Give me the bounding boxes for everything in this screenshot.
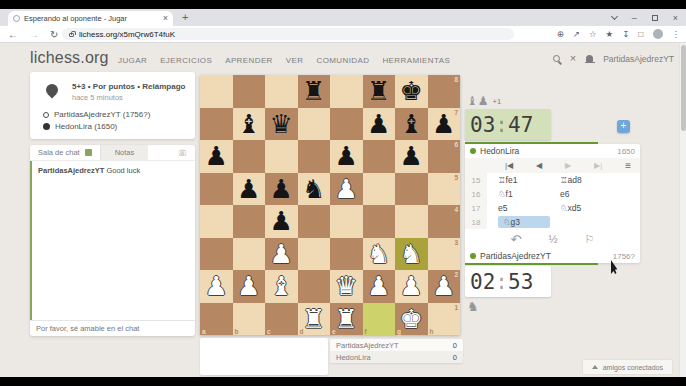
square-d3[interactable] [298, 238, 331, 271]
square-d2[interactable] [298, 270, 331, 303]
square-b1[interactable]: b [233, 303, 266, 336]
piece-black-pawn[interactable]: ♟ [265, 173, 298, 206]
square-c7[interactable]: ♛ [265, 108, 298, 141]
rank-label: 5 [454, 174, 458, 181]
player-rating: 1756? [613, 252, 635, 261]
rank-label: 6 [454, 141, 458, 148]
chat-messages: PartidasAjedrezYT Good luck [30, 161, 195, 320]
piece-white-pawn[interactable]: ♟ [363, 270, 396, 303]
piece-white-pawn[interactable]: ♟ [265, 238, 298, 271]
square-e6[interactable]: ♟ [330, 140, 363, 173]
file-label: g [397, 328, 401, 335]
piece-black-rook[interactable]: ♜ [298, 75, 331, 108]
player-bar: PartidasAjedrezYT 1756? [465, 249, 640, 263]
give-time-button[interactable]: + [617, 120, 630, 133]
window-controls: – × [612, 9, 678, 26]
online-dot-icon [470, 253, 476, 259]
captured-by-white: ♞ [467, 299, 479, 314]
square-h6[interactable]: 6 [428, 140, 461, 173]
square-g8[interactable]: ♚ [395, 75, 428, 108]
move-number: 18 [465, 215, 487, 229]
file-label: d [300, 328, 304, 335]
online-dot-icon [470, 148, 476, 154]
file-label: a [202, 328, 206, 335]
resign-flag-icon[interactable]: ⚐ [585, 233, 595, 246]
browser-tab[interactable]: Esperando al oponente - Jugar × [8, 11, 173, 26]
move-white[interactable]: ♘f1 [498, 189, 560, 199]
square-f5[interactable] [363, 173, 396, 206]
player-accent-line [465, 263, 598, 265]
square-a7[interactable] [200, 108, 233, 141]
score-value: 0 [453, 353, 457, 362]
share-icon[interactable]: ↗ [573, 29, 580, 39]
piece-white-queen[interactable]: ♛ [330, 270, 363, 303]
browser-menu-icon[interactable]: ⋮ [672, 29, 681, 39]
square-d4[interactable] [298, 205, 331, 238]
square-a3[interactable] [200, 238, 233, 271]
lichess-page: lichess.org JUGAR EJERCICIOS APRENDER VE… [0, 43, 686, 377]
square-b8[interactable] [233, 75, 266, 108]
square-a5[interactable] [200, 173, 233, 206]
player-clock: 02:53 [465, 266, 551, 297]
piece-black-bishop[interactable]: ♝ [395, 108, 428, 141]
piece-black-pawn[interactable]: ♟ [395, 140, 428, 173]
square-c4[interactable]: ♟ [265, 205, 298, 238]
piece-black-pawn[interactable]: ♟ [363, 108, 396, 141]
clock-digit: 0 [470, 113, 483, 137]
chess-board: ♜♜♚8♝♛♟♝♟7♟♟♟6♟♟♞♟5♟4♟♞♞3♟♟♝♛♟♟♟2abc♜d♜e… [200, 75, 460, 335]
square-b6[interactable] [233, 140, 266, 173]
rank-label: 3 [454, 239, 458, 246]
square-c6[interactable] [265, 140, 298, 173]
first-move-button[interactable]: |◀ [505, 161, 513, 170]
chat-tab-label: Sala de chat [38, 148, 80, 157]
prev-move-button[interactable]: ◀ [536, 161, 542, 170]
piece-black-pawn[interactable]: ♟ [200, 140, 233, 173]
friends-label: amigos conectados [603, 364, 663, 371]
clock-colon: : [495, 270, 508, 294]
clock-digit: 2 [483, 270, 496, 294]
site-logo[interactable]: lichess.org [30, 49, 109, 67]
letterbox-top [0, 0, 686, 9]
square-g7[interactable]: ♝ [395, 108, 428, 141]
file-label: e [332, 328, 336, 335]
window-chevron-icon[interactable] [611, 12, 618, 19]
square-h7[interactable]: ♟7 [428, 108, 461, 141]
rank-label: 4 [454, 206, 458, 213]
move-row: 18♘g3 [465, 215, 640, 229]
square-f3[interactable]: ♞ [363, 238, 396, 271]
download-icon[interactable]: ↧ [622, 29, 629, 39]
move-number: 16 [465, 187, 487, 201]
square-e1[interactable]: ♜e [330, 303, 363, 336]
score-table: PartidasAjedrezYT0HedonLira0 [330, 339, 463, 363]
file-label: h [430, 328, 434, 335]
piece-white-pawn[interactable]: ♟ [395, 270, 428, 303]
window-minimize-button[interactable]: – [632, 13, 637, 23]
piece-white-pawn[interactable]: ♟ [330, 173, 363, 206]
square-c2[interactable]: ♝ [265, 270, 298, 303]
opponent-clock: 03:47 [465, 109, 551, 140]
lock-icon [69, 33, 74, 37]
square-f7[interactable]: ♟ [363, 108, 396, 141]
browser-toolbar: ← → ↻ lichess.org/x5mQrw6T4fuK ⊕ ↗ ☆ ★ ↧… [0, 26, 686, 43]
move-white[interactable]: ♖fe1 [498, 175, 560, 185]
move-list: 15♖fe1♖ad816♘f1e617e5♘xd518♘g3 [465, 173, 640, 229]
square-e8[interactable] [330, 75, 363, 108]
chat-input[interactable] [30, 324, 195, 333]
nav-herramientas[interactable]: HERRAMIENTAS [382, 56, 450, 65]
install-icon[interactable]: ⊕ [557, 29, 564, 39]
captured-pieces-glyphs: ♝♟ [467, 94, 489, 108]
square-h2[interactable]: ♟2 [428, 270, 461, 303]
clock-digit: 0 [470, 270, 483, 294]
move-white[interactable]: ♘g3 [498, 216, 550, 228]
piece-black-pawn[interactable]: ♟ [330, 140, 363, 173]
square-e7[interactable] [330, 108, 363, 141]
move-white[interactable]: e5 [498, 203, 560, 213]
file-label: b [235, 328, 239, 335]
main-nav: JUGAR EJERCICIOS APRENDER VER COMUNIDAD … [118, 56, 450, 65]
square-e5[interactable]: ♟ [330, 173, 363, 206]
chat-message-author[interactable]: PartidasAjedrezYT [38, 166, 104, 175]
square-f4[interactable] [363, 205, 396, 238]
opponent-name[interactable]: HedonLira [480, 146, 519, 156]
move-panel: HedonLira 1650 |◀ ◀ ▶ ▶| ≡ 15♖fe1♖ad816♘… [465, 144, 640, 263]
rank-label: 2 [454, 271, 458, 278]
square-g5[interactable] [395, 173, 428, 206]
move-number: 15 [465, 173, 487, 187]
new-tab-button[interactable]: + [182, 11, 188, 23]
square-d5[interactable]: ♞ [298, 173, 331, 206]
square-c5[interactable]: ♟ [265, 173, 298, 206]
tab-notes[interactable]: Notas [100, 145, 149, 160]
sidepanel-icon[interactable]: □ [638, 29, 643, 39]
square-h1[interactable]: h1 [428, 303, 461, 336]
last-move-button[interactable]: ▶| [594, 161, 602, 170]
expand-triangle-icon [592, 365, 598, 369]
square-d1[interactable]: ♜d [298, 303, 331, 336]
rank-label: 8 [454, 76, 458, 83]
browser-tabstrip: Esperando al oponente - Jugar × + – × [0, 9, 686, 26]
square-b3[interactable] [233, 238, 266, 271]
clock-colon: : [495, 113, 508, 137]
url-text: lichess.org/x5mQrw6T4fuK [79, 30, 175, 39]
extension-icon[interactable]: ★ [606, 29, 614, 39]
square-h8[interactable]: 8 [428, 75, 461, 108]
back-button[interactable]: ← [8, 29, 18, 40]
piece-black-queen[interactable]: ♛ [265, 108, 298, 141]
white-player-row[interactable]: PartidasAjedrezYT (1756?) [43, 110, 150, 119]
scrollbar-thumb[interactable] [681, 45, 686, 131]
move-menu-icon[interactable]: ≡ [625, 160, 631, 171]
square-d7[interactable] [298, 108, 331, 141]
move-black[interactable]: ♖ad8 [560, 175, 582, 185]
notes-tab-label: Notas [115, 148, 135, 157]
game-info-card: 5+3 • Por puntos • Relámpago hace 5 minu… [30, 72, 195, 139]
player-name[interactable]: PartidasAjedrezYT [480, 251, 551, 261]
score-player-name: PartidasAjedrezYT [336, 341, 399, 350]
square-g2[interactable]: ♟ [395, 270, 428, 303]
nav-jugar[interactable]: JUGAR [118, 56, 147, 65]
move-row: 17e5♘xd5 [465, 201, 640, 215]
reload-button[interactable]: ↻ [50, 29, 58, 40]
piece-black-pawn[interactable]: ♟ [233, 173, 266, 206]
move-row: 16♘f1e6 [465, 187, 640, 201]
rank-label: 7 [454, 109, 458, 116]
chat-toggle[interactable] [85, 149, 92, 156]
black-player-label: HedonLira (1650) [55, 122, 117, 131]
piece-black-bishop[interactable]: ♝ [233, 108, 266, 141]
clock-digit: 5 [508, 270, 521, 294]
clock-digit: 3 [483, 113, 496, 137]
move-black[interactable]: ♘xd5 [560, 203, 581, 213]
score-player-name: HedonLira [336, 353, 371, 362]
notification-bell-icon[interactable] [586, 55, 593, 62]
captured-by-black: ♝♟ +1 [467, 94, 501, 108]
white-player-label: PartidasAjedrezYT (1756?) [54, 110, 150, 119]
bookmark-star-icon[interactable]: ☆ [589, 29, 597, 39]
square-h4[interactable]: 4 [428, 205, 461, 238]
square-f2[interactable]: ♟ [363, 270, 396, 303]
piece-black-rook[interactable]: ♜ [363, 75, 396, 108]
screen: Esperando al oponente - Jugar × + – × ← … [0, 0, 686, 386]
friends-bar[interactable]: amigos conectados [583, 360, 672, 374]
window-close-button[interactable]: × [673, 13, 678, 23]
tab-chat-room[interactable]: Sala de chat [30, 145, 100, 160]
square-g6[interactable]: ♟ [395, 140, 428, 173]
square-a2[interactable]: ♟ [200, 270, 233, 303]
square-c1[interactable]: c [265, 303, 298, 336]
square-g1[interactable]: ♚g [395, 303, 428, 336]
piece-white-pawn[interactable]: ♟ [200, 270, 233, 303]
piece-white-pawn[interactable]: ♟ [233, 270, 266, 303]
move-number: 17 [465, 201, 487, 215]
move-black[interactable]: e6 [560, 189, 569, 199]
search-icon[interactable] [553, 55, 560, 62]
time-control-label: 5+3 • Por puntos • Relámpago [72, 82, 185, 91]
address-bar[interactable]: lichess.org/x5mQrw6T4fuK [62, 28, 514, 40]
move-row: 15♖fe1♖ad8 [465, 173, 640, 187]
square-a4[interactable] [200, 205, 233, 238]
square-a8[interactable] [200, 75, 233, 108]
piece-white-knight[interactable]: ♞ [395, 238, 428, 271]
clock-digit: 4 [508, 113, 521, 137]
square-a1[interactable]: a [200, 303, 233, 336]
chat-message-text: Good luck [106, 166, 140, 175]
nav-ejercicios[interactable]: EJERCICIOS [160, 56, 212, 65]
file-label: c [267, 328, 271, 335]
piece-white-bishop[interactable]: ♝ [265, 270, 298, 303]
clock-digit: 3 [521, 270, 534, 294]
profile-avatar[interactable] [653, 29, 663, 39]
opponent-bar: HedonLira 1650 [465, 144, 640, 158]
header-username[interactable]: PartidasAjedrezYT [603, 54, 674, 64]
takeback-icon[interactable]: ↶ [511, 232, 522, 247]
square-e2[interactable]: ♛ [330, 270, 363, 303]
material-advantage: +1 [493, 97, 502, 106]
tab-title: Esperando al oponente - Jugar [24, 14, 159, 23]
square-e3[interactable] [330, 238, 363, 271]
square-c3[interactable]: ♟ [265, 238, 298, 271]
move-nav-bar: |◀ ◀ ▶ ▶| ≡ [465, 158, 640, 173]
white-color-icon [43, 112, 49, 118]
square-c8[interactable] [265, 75, 298, 108]
square-h5[interactable]: 5 [428, 173, 461, 206]
file-label: f [365, 328, 367, 335]
page-scrollbar [679, 43, 686, 377]
square-b5[interactable]: ♟ [233, 173, 266, 206]
square-d6[interactable] [298, 140, 331, 173]
piece-white-knight[interactable]: ♞ [363, 238, 396, 271]
square-a6[interactable]: ♟ [200, 140, 233, 173]
score-value: 0 [453, 341, 457, 350]
clock-digit: 7 [521, 113, 534, 137]
nav-comunidad[interactable]: COMUNIDAD [316, 56, 369, 65]
square-b2[interactable]: ♟ [233, 270, 266, 303]
offer-draw-button[interactable]: ½ [548, 233, 557, 245]
square-f1[interactable]: f [363, 303, 396, 336]
black-player-row[interactable]: HedonLira (1650) [43, 122, 150, 131]
piece-black-knight[interactable]: ♞ [298, 173, 331, 206]
close-search-icon[interactable]: × [570, 53, 576, 64]
nav-ver[interactable]: VER [286, 56, 304, 65]
window-maximize-button[interactable] [652, 15, 658, 21]
square-e4[interactable] [330, 205, 363, 238]
phone-icon[interactable]: ☏ [177, 148, 195, 158]
square-g3[interactable]: ♞ [395, 238, 428, 271]
forward-button[interactable]: → [29, 29, 39, 40]
game-created-label: hace 5 minutos [72, 93, 123, 102]
under-board-panel [200, 338, 328, 375]
piece-black-pawn[interactable]: ♟ [265, 205, 298, 238]
letterbox-bottom [0, 377, 686, 386]
square-h3[interactable]: 3 [428, 238, 461, 271]
rank-label: 1 [454, 304, 458, 311]
tab-close-icon[interactable]: × [163, 14, 168, 23]
tab-favicon-icon [13, 15, 20, 22]
chat-card: Sala de chat Notas ☏ PartidasAjedrezYT G… [30, 145, 195, 336]
square-g4[interactable] [395, 205, 428, 238]
square-b7[interactable]: ♝ [233, 108, 266, 141]
piece-black-king[interactable]: ♚ [395, 75, 428, 108]
score-row: PartidasAjedrezYT0 [330, 339, 463, 351]
square-b4[interactable] [233, 205, 266, 238]
black-color-icon [43, 123, 50, 130]
nav-aprender[interactable]: APRENDER [225, 56, 273, 65]
opponent-rating: 1650 [617, 147, 635, 156]
square-d8[interactable]: ♜ [298, 75, 331, 108]
score-row: HedonLira0 [330, 351, 463, 363]
blitz-flame-icon [44, 82, 61, 99]
square-f6[interactable] [363, 140, 396, 173]
next-move-button[interactable]: ▶ [565, 161, 571, 170]
square-f8[interactable]: ♜ [363, 75, 396, 108]
